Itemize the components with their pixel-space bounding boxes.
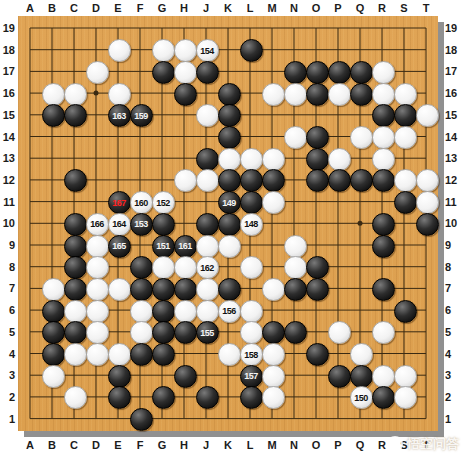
white-stone-E18 (108, 39, 131, 62)
coord-label-right-17: 17 (445, 65, 462, 77)
white-stone-R14 (372, 126, 395, 149)
white-stone-L5 (240, 321, 263, 344)
white-stone-J18: 154 (196, 39, 219, 62)
coord-label-top-O: O (306, 2, 326, 14)
watermark: 悟空问答 (387, 435, 459, 453)
black-stone-O8 (306, 256, 329, 279)
black-stone-Q17 (350, 61, 373, 84)
white-stone-K6: 156 (218, 300, 241, 323)
black-stone-C10 (64, 213, 87, 236)
black-stone-R7 (372, 278, 395, 301)
black-stone-L11 (240, 191, 263, 214)
black-stone-E3 (108, 365, 131, 388)
coord-label-left-2: 2 (0, 391, 15, 403)
coord-label-bottom-F: F (130, 439, 150, 451)
white-stone-K4 (218, 343, 241, 366)
coord-label-bottom-N: N (284, 439, 304, 451)
white-stone-L10: 148 (240, 213, 263, 236)
black-stone-G10 (152, 213, 175, 236)
black-stone-P3 (328, 365, 351, 388)
black-stone-M5 (262, 321, 285, 344)
white-stone-R16 (372, 83, 395, 106)
black-stone-R9 (372, 235, 395, 258)
white-stone-H18 (174, 39, 197, 62)
white-stone-C4 (64, 343, 87, 366)
coord-label-left-17: 17 (0, 65, 15, 77)
white-stone-B16 (42, 83, 65, 106)
black-stone-F7 (130, 278, 153, 301)
white-stone-J8: 162 (196, 256, 219, 279)
black-stone-Q12 (350, 169, 373, 192)
white-stone-D6 (86, 300, 109, 323)
coord-label-bottom-Q: Q (350, 439, 370, 451)
coord-label-bottom-H: H (174, 439, 194, 451)
black-stone-B15 (42, 104, 65, 127)
coord-label-right-4: 4 (445, 348, 462, 360)
white-stone-S12 (394, 169, 417, 192)
coord-label-right-11: 11 (445, 196, 462, 208)
black-stone-R15 (372, 104, 395, 127)
white-stone-S3 (394, 365, 417, 388)
white-stone-R3 (372, 365, 395, 388)
black-stone-K15 (218, 104, 241, 127)
black-stone-Q3 (350, 365, 373, 388)
black-stone-B6 (42, 300, 65, 323)
coord-label-top-D: D (86, 2, 106, 14)
coord-label-top-P: P (328, 2, 348, 14)
black-stone-K14 (218, 126, 241, 149)
black-stone-K7 (218, 278, 241, 301)
black-stone-P17 (328, 61, 351, 84)
watermark-text: 悟空问答 (407, 435, 459, 453)
coord-label-left-8: 8 (0, 261, 15, 273)
black-stone-F1 (130, 408, 153, 431)
coord-label-top-B: B (42, 2, 62, 14)
white-stone-J12 (196, 169, 219, 192)
white-stone-F5 (130, 321, 153, 344)
black-stone-F10: 153 (130, 213, 153, 236)
white-stone-C16 (64, 83, 87, 106)
black-stone-O14 (306, 126, 329, 149)
black-stone-H5 (174, 321, 197, 344)
black-stone-C7 (64, 278, 87, 301)
black-stone-O4 (306, 343, 329, 366)
coord-label-top-C: C (64, 2, 84, 14)
coord-label-left-7: 7 (0, 282, 15, 294)
coord-label-top-R: R (372, 2, 392, 14)
black-stone-L2 (240, 386, 263, 409)
black-stone-H7 (174, 278, 197, 301)
black-stone-S11 (394, 191, 417, 214)
white-stone-J15 (196, 104, 219, 127)
white-stone-H12 (174, 169, 197, 192)
coord-label-top-H: H (174, 2, 194, 14)
black-stone-K16 (218, 83, 241, 106)
black-stone-F4 (130, 343, 153, 366)
coord-label-left-16: 16 (0, 87, 15, 99)
black-stone-O12 (306, 169, 329, 192)
white-stone-D9 (86, 235, 109, 258)
black-stone-J10 (196, 213, 219, 236)
black-stone-O13 (306, 148, 329, 171)
coord-label-left-9: 9 (0, 239, 15, 251)
coord-label-bottom-M: M (262, 439, 282, 451)
white-stone-E4 (108, 343, 131, 366)
white-stone-F6 (130, 300, 153, 323)
black-stone-E15: 163 (108, 104, 131, 127)
black-stone-J2 (196, 386, 219, 409)
black-stone-R12 (372, 169, 395, 192)
white-stone-C2 (64, 386, 87, 409)
coord-label-left-5: 5 (0, 326, 15, 338)
coord-label-top-J: J (196, 2, 216, 14)
coord-label-bottom-L: L (240, 439, 260, 451)
coord-label-top-L: L (240, 2, 260, 14)
white-stone-G11: 152 (152, 191, 175, 214)
coord-label-right-10: 10 (445, 217, 462, 229)
black-stone-M12 (262, 169, 285, 192)
black-stone-F8 (130, 256, 153, 279)
black-stone-G7 (152, 278, 175, 301)
coord-label-bottom-J: J (196, 439, 216, 451)
coord-label-left-1: 1 (0, 413, 15, 425)
coord-label-bottom-O: O (306, 439, 326, 451)
black-stone-F15: 159 (130, 104, 153, 127)
black-stone-G9: 151 (152, 235, 175, 258)
black-stone-E2 (108, 386, 131, 409)
white-stone-B7 (42, 278, 65, 301)
black-stone-J17 (196, 61, 219, 84)
black-stone-L18 (240, 39, 263, 62)
coord-label-top-K: K (218, 2, 238, 14)
black-stone-C9 (64, 235, 87, 258)
coord-label-left-10: 10 (0, 217, 15, 229)
coord-label-left-3: 3 (0, 369, 15, 381)
white-stone-Q2: 150 (350, 386, 373, 409)
black-stone-H9: 161 (174, 235, 197, 258)
black-stone-E11: 167 (108, 191, 131, 214)
white-stone-L13 (240, 148, 263, 171)
white-stone-D4 (86, 343, 109, 366)
white-stone-N9 (284, 235, 307, 258)
coord-label-top-G: G (152, 2, 172, 14)
coord-label-left-14: 14 (0, 131, 15, 143)
coord-label-top-S: S (394, 2, 414, 14)
white-stone-J7 (196, 278, 219, 301)
coord-label-right-2: 2 (445, 391, 462, 403)
white-stone-G18 (152, 39, 175, 62)
black-stone-Q16 (350, 83, 373, 106)
white-stone-C6 (64, 300, 87, 323)
white-stone-K9 (218, 235, 241, 258)
coord-label-right-14: 14 (445, 131, 462, 143)
coord-label-right-13: 13 (445, 152, 462, 164)
coord-label-right-6: 6 (445, 304, 462, 316)
coord-label-bottom-B: B (42, 439, 62, 451)
white-stone-M4 (262, 343, 285, 366)
white-stone-D17 (86, 61, 109, 84)
white-stone-G8 (152, 256, 175, 279)
white-stone-M2 (262, 386, 285, 409)
black-stone-T10 (416, 213, 439, 236)
white-stone-D5 (86, 321, 109, 344)
white-stone-D10: 166 (86, 213, 109, 236)
coord-label-left-13: 13 (0, 152, 15, 164)
white-stone-K13 (218, 148, 241, 171)
coord-label-top-Q: Q (350, 2, 370, 14)
coord-label-left-4: 4 (0, 348, 15, 360)
black-stone-B4 (42, 343, 65, 366)
coord-label-right-3: 3 (445, 369, 462, 381)
white-stone-R17 (372, 61, 395, 84)
white-stone-T15 (416, 104, 439, 127)
white-stone-L6 (240, 300, 263, 323)
black-stone-H16 (174, 83, 197, 106)
white-stone-L4: 158 (240, 343, 263, 366)
black-stone-N5 (284, 321, 307, 344)
black-stone-B5 (42, 321, 65, 344)
white-stone-Q14 (350, 126, 373, 149)
black-stone-C15 (64, 104, 87, 127)
black-stone-K11: 149 (218, 191, 241, 214)
coord-label-bottom-G: G (152, 439, 172, 451)
black-stone-P12 (328, 169, 351, 192)
white-stone-R5 (372, 321, 395, 344)
coord-label-left-12: 12 (0, 174, 15, 186)
coord-label-bottom-E: E (108, 439, 128, 451)
white-stone-B3 (42, 365, 65, 388)
black-stone-O7 (306, 278, 329, 301)
coord-label-top-E: E (108, 2, 128, 14)
black-stone-J13 (196, 148, 219, 171)
coord-label-left-15: 15 (0, 109, 15, 121)
coord-label-right-16: 16 (445, 87, 462, 99)
black-stone-G4 (152, 343, 175, 366)
white-stone-E10: 164 (108, 213, 131, 236)
coord-label-top-M: M (262, 2, 282, 14)
white-stone-P5 (328, 321, 351, 344)
white-stone-M16 (262, 83, 285, 106)
black-stone-G5 (152, 321, 175, 344)
black-stone-C5 (64, 321, 87, 344)
white-stone-T12 (416, 169, 439, 192)
white-stone-J9 (196, 235, 219, 258)
coord-label-bottom-C: C (64, 439, 84, 451)
coord-label-right-18: 18 (445, 44, 462, 56)
black-stone-J5: 155 (196, 321, 219, 344)
white-stone-E16 (108, 83, 131, 106)
watermark-logo-icon (387, 436, 403, 452)
black-stone-O16 (306, 83, 329, 106)
white-stone-P16 (328, 83, 351, 106)
white-stone-S16 (394, 83, 417, 106)
coord-label-right-8: 8 (445, 261, 462, 273)
white-stone-M7 (262, 278, 285, 301)
white-stone-P13 (328, 148, 351, 171)
white-stone-E7 (108, 278, 131, 301)
black-stone-K12 (218, 169, 241, 192)
white-stone-L8 (240, 256, 263, 279)
white-stone-F11: 160 (130, 191, 153, 214)
black-stone-S15 (394, 104, 417, 127)
black-stone-E9: 165 (108, 235, 131, 258)
coord-label-right-5: 5 (445, 326, 462, 338)
white-stone-D8 (86, 256, 109, 279)
white-stone-N8 (284, 256, 307, 279)
coord-label-left-18: 18 (0, 44, 15, 56)
black-stone-L3: 157 (240, 365, 263, 388)
white-stone-T11 (416, 191, 439, 214)
black-stone-G6 (152, 300, 175, 323)
coord-label-bottom-P: P (328, 439, 348, 451)
black-stone-N7 (284, 278, 307, 301)
coord-label-right-19: 19 (445, 22, 462, 34)
black-stone-R2 (372, 386, 395, 409)
coord-label-left-11: 11 (0, 196, 15, 208)
coord-label-bottom-K: K (218, 439, 238, 451)
white-stone-M11 (262, 191, 285, 214)
coord-label-right-15: 15 (445, 109, 462, 121)
coord-label-bottom-D: D (86, 439, 106, 451)
coord-label-left-6: 6 (0, 304, 15, 316)
coord-label-right-1: 1 (445, 413, 462, 425)
black-stone-C8 (64, 256, 87, 279)
white-stone-Q4 (350, 343, 373, 366)
black-stone-R10 (372, 213, 395, 236)
white-stone-D7 (86, 278, 109, 301)
go-board: 1541631591671601521491661641531481651511… (18, 16, 438, 431)
black-stone-H3 (174, 365, 197, 388)
black-stone-G2 (152, 386, 175, 409)
white-stone-S2 (394, 386, 417, 409)
white-stone-M13 (262, 148, 285, 171)
coord-label-top-F: F (130, 2, 150, 14)
black-stone-G17 (152, 61, 175, 84)
coord-label-right-9: 9 (445, 239, 462, 251)
white-stone-N14 (284, 126, 307, 149)
white-stone-N16 (284, 83, 307, 106)
black-stone-N17 (284, 61, 307, 84)
black-stone-K10 (218, 213, 241, 236)
black-stone-S6 (394, 300, 417, 323)
white-stone-H6 (174, 300, 197, 323)
coord-label-right-7: 7 (445, 282, 462, 294)
black-stone-C12 (64, 169, 87, 192)
white-stone-J6 (196, 300, 219, 323)
coord-label-left-19: 19 (0, 22, 15, 34)
coord-label-top-A: A (20, 2, 40, 14)
white-stone-H8 (174, 256, 197, 279)
black-stone-O17 (306, 61, 329, 84)
white-stone-S14 (394, 126, 417, 149)
black-stone-L12 (240, 169, 263, 192)
white-stone-R13 (372, 148, 395, 171)
coord-label-right-12: 12 (445, 174, 462, 186)
coord-label-bottom-A: A (20, 439, 40, 451)
white-stone-M3 (262, 365, 285, 388)
coord-label-top-N: N (284, 2, 304, 14)
white-stone-H17 (174, 61, 197, 84)
coord-label-top-T: T (416, 2, 436, 14)
